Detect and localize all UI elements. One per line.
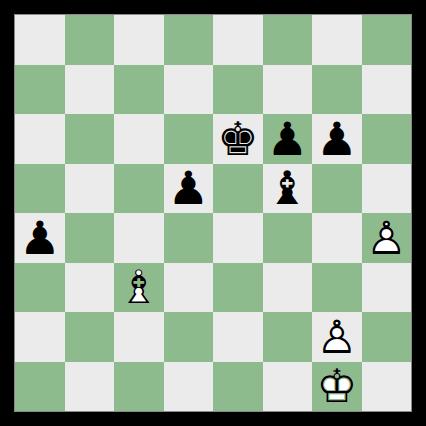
piece-fill-layer: ♝: [114, 263, 164, 313]
piece-outline-layer: ♗: [114, 263, 164, 313]
square-d2[interactable]: [164, 312, 214, 362]
square-g2[interactable]: ♟♙: [312, 312, 362, 362]
square-c8[interactable]: [114, 15, 164, 65]
piece-black-pawn-a4[interactable]: ♟: [15, 213, 65, 263]
piece-outline-layer: ♔: [312, 362, 362, 412]
square-e7[interactable]: [213, 65, 263, 115]
square-b3[interactable]: [65, 263, 115, 313]
square-d1[interactable]: [164, 362, 214, 412]
square-b7[interactable]: [65, 65, 115, 115]
square-e4[interactable]: [213, 213, 263, 263]
piece-glyph: ♟: [164, 164, 214, 214]
square-c2[interactable]: [114, 312, 164, 362]
square-a3[interactable]: [15, 263, 65, 313]
square-b4[interactable]: [65, 213, 115, 263]
square-a4[interactable]: ♟: [15, 213, 65, 263]
square-e5[interactable]: [213, 164, 263, 214]
square-c4[interactable]: [114, 213, 164, 263]
piece-glyph: ♟: [312, 114, 362, 164]
square-h4[interactable]: ♟♙: [362, 213, 412, 263]
piece-glyph: ♝: [263, 164, 313, 214]
square-d6[interactable]: [164, 114, 214, 164]
square-a8[interactable]: [15, 15, 65, 65]
piece-fill-layer: ♚: [312, 362, 362, 412]
square-h7[interactable]: [362, 65, 412, 115]
board-frame: ♚♟♟♟♝♟♟♙♝♗♟♙♚♔: [0, 0, 426, 426]
piece-black-bishop-f5[interactable]: ♝: [263, 164, 313, 214]
square-c3[interactable]: ♝♗: [114, 263, 164, 313]
square-f1[interactable]: [263, 362, 313, 412]
square-c6[interactable]: [114, 114, 164, 164]
piece-white-bishop-c3[interactable]: ♝♗: [114, 263, 164, 313]
square-g5[interactable]: [312, 164, 362, 214]
piece-white-king-g1[interactable]: ♚♔: [312, 362, 362, 412]
piece-white-pawn-h4[interactable]: ♟♙: [362, 213, 412, 263]
square-e2[interactable]: [213, 312, 263, 362]
square-f6[interactable]: ♟: [263, 114, 313, 164]
square-a1[interactable]: [15, 362, 65, 412]
piece-white-pawn-g2[interactable]: ♟♙: [312, 312, 362, 362]
square-e6[interactable]: ♚: [213, 114, 263, 164]
square-c1[interactable]: [114, 362, 164, 412]
square-f8[interactable]: [263, 15, 313, 65]
square-f3[interactable]: [263, 263, 313, 313]
square-h6[interactable]: [362, 114, 412, 164]
piece-black-pawn-g6[interactable]: ♟: [312, 114, 362, 164]
square-d5[interactable]: ♟: [164, 164, 214, 214]
square-b1[interactable]: [65, 362, 115, 412]
piece-black-pawn-f6[interactable]: ♟: [263, 114, 313, 164]
square-f5[interactable]: ♝: [263, 164, 313, 214]
square-a7[interactable]: [15, 65, 65, 115]
square-d3[interactable]: [164, 263, 214, 313]
square-h3[interactable]: [362, 263, 412, 313]
piece-fill-layer: ♟: [362, 213, 412, 263]
chess-board: ♚♟♟♟♝♟♟♙♝♗♟♙♚♔: [14, 14, 412, 412]
piece-outline-layer: ♙: [312, 312, 362, 362]
square-b5[interactable]: [65, 164, 115, 214]
square-b8[interactable]: [65, 15, 115, 65]
square-e8[interactable]: [213, 15, 263, 65]
piece-glyph: ♟: [15, 213, 65, 263]
square-f2[interactable]: [263, 312, 313, 362]
piece-glyph: ♟: [263, 114, 313, 164]
square-g4[interactable]: [312, 213, 362, 263]
piece-black-king-e6[interactable]: ♚: [213, 114, 263, 164]
square-e3[interactable]: [213, 263, 263, 313]
square-f4[interactable]: [263, 213, 313, 263]
square-b2[interactable]: [65, 312, 115, 362]
square-a2[interactable]: [15, 312, 65, 362]
square-d8[interactable]: [164, 15, 214, 65]
square-d4[interactable]: [164, 213, 214, 263]
square-f7[interactable]: [263, 65, 313, 115]
square-g6[interactable]: ♟: [312, 114, 362, 164]
square-c7[interactable]: [114, 65, 164, 115]
square-g7[interactable]: [312, 65, 362, 115]
piece-black-pawn-d5[interactable]: ♟: [164, 164, 214, 214]
square-d7[interactable]: [164, 65, 214, 115]
square-g8[interactable]: [312, 15, 362, 65]
piece-outline-layer: ♙: [362, 213, 412, 263]
square-h8[interactable]: [362, 15, 412, 65]
square-g3[interactable]: [312, 263, 362, 313]
square-g1[interactable]: ♚♔: [312, 362, 362, 412]
square-e1[interactable]: [213, 362, 263, 412]
square-h5[interactable]: [362, 164, 412, 214]
piece-glyph: ♚: [213, 114, 263, 164]
square-h1[interactable]: [362, 362, 412, 412]
square-a6[interactable]: [15, 114, 65, 164]
square-c5[interactable]: [114, 164, 164, 214]
square-h2[interactable]: [362, 312, 412, 362]
square-a5[interactable]: [15, 164, 65, 214]
square-b6[interactable]: [65, 114, 115, 164]
piece-fill-layer: ♟: [312, 312, 362, 362]
